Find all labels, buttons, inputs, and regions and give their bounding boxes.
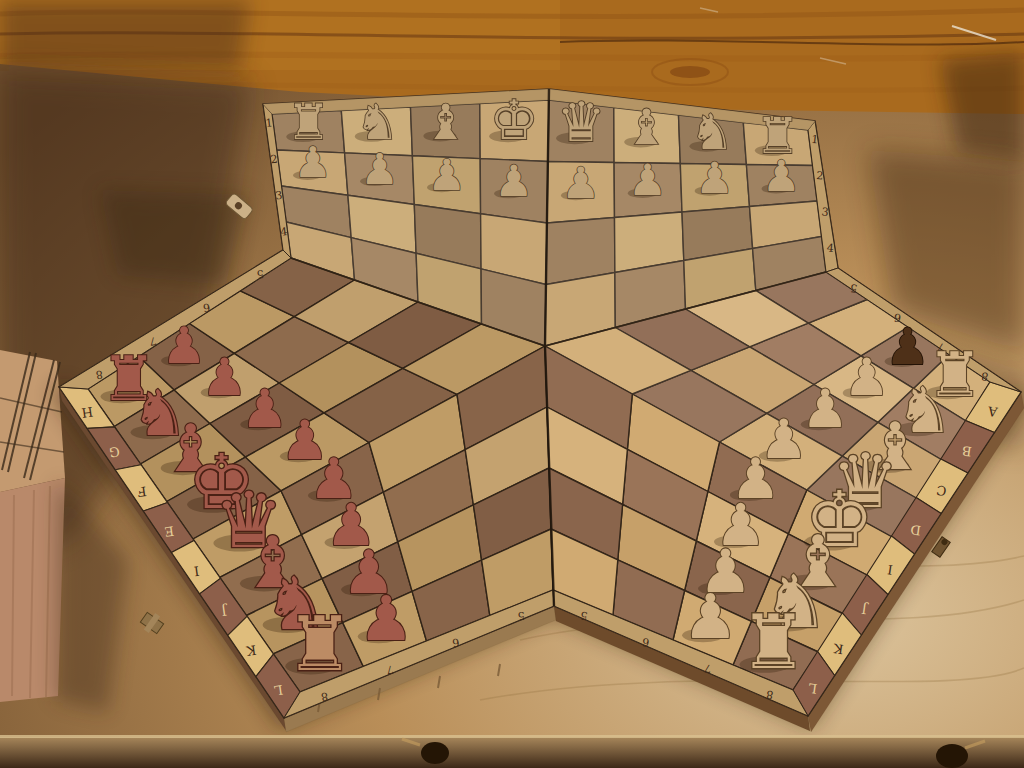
- rank-label: 4: [826, 241, 834, 255]
- table-edge-highlight: [0, 735, 1024, 738]
- top-bishop[interactable]: ♝: [424, 94, 468, 150]
- board-photo-scene: HGFEIJKLABCDIJKL123412345678567887655678…: [0, 0, 1024, 768]
- file-label: H: [81, 404, 94, 420]
- three-player-chess-photo: HGFEIJKLABCDIJKL123412345678567887655678…: [0, 0, 1024, 768]
- top-king[interactable]: ♚: [490, 89, 539, 152]
- rail-knot-1: [421, 742, 449, 764]
- top-pawn[interactable]: ♟: [762, 151, 801, 201]
- top-queen[interactable]: ♛: [557, 90, 606, 154]
- top-pawn[interactable]: ♟: [361, 144, 399, 194]
- file-label: D: [909, 522, 921, 538]
- file-label: C: [935, 482, 947, 498]
- rank-label: 3: [821, 205, 829, 219]
- right-pawn[interactable]: ♟: [843, 347, 889, 407]
- rail-knot-2: [936, 744, 968, 768]
- rank-label: 4: [280, 225, 288, 239]
- wall-shadow-left: [0, 0, 250, 74]
- top-pawn[interactable]: ♟: [428, 150, 467, 200]
- rank-label: 1: [265, 116, 273, 130]
- rank-label: 1: [811, 133, 819, 147]
- right-rook[interactable]: ♜: [740, 599, 807, 686]
- table-front-rail: [0, 737, 1024, 768]
- rank-label: 2: [816, 169, 824, 183]
- top-pawn[interactable]: ♟: [561, 158, 600, 208]
- wall-knot: [670, 66, 710, 78]
- top-pawn[interactable]: ♟: [495, 156, 534, 206]
- right-pawn[interactable]: ♟: [885, 317, 930, 376]
- rank-label: 2: [270, 153, 278, 167]
- right-pawn[interactable]: ♟: [801, 378, 848, 439]
- left-pawn[interactable]: ♟: [162, 316, 207, 375]
- top-pawn[interactable]: ♟: [695, 153, 734, 203]
- rank-label: 3: [275, 189, 283, 203]
- top-bishop[interactable]: ♝: [625, 99, 669, 156]
- top-pawn[interactable]: ♟: [294, 138, 332, 187]
- left-pawn[interactable]: ♟: [358, 583, 413, 655]
- top-pawn[interactable]: ♟: [628, 155, 667, 205]
- file-label: G: [108, 444, 120, 460]
- right-pawn[interactable]: ♟: [683, 581, 738, 653]
- top-knight[interactable]: ♞: [690, 103, 734, 161]
- left-rook[interactable]: ♜: [286, 600, 353, 688]
- top-knight[interactable]: ♞: [355, 94, 399, 150]
